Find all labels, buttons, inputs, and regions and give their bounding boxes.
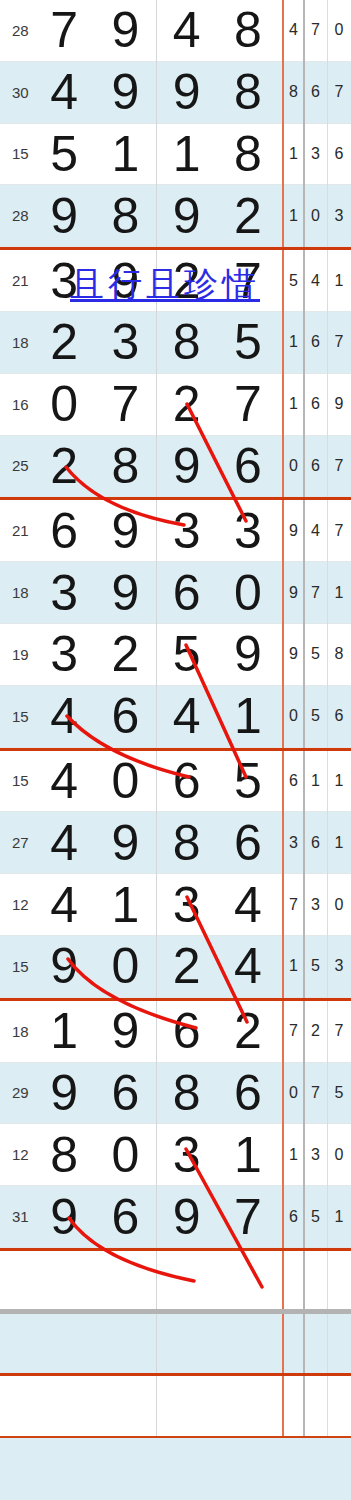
- sum-cell: 18: [0, 562, 33, 623]
- extra-cell: 0: [283, 686, 304, 747]
- digit-cell: 2: [217, 1001, 278, 1062]
- digit-cell: 9: [94, 62, 155, 123]
- digit-cell: 3: [33, 562, 94, 623]
- trend-row: 128031130: [0, 1124, 351, 1186]
- trend-row: 304998867: [0, 62, 351, 124]
- extra-cell: 3: [283, 812, 304, 873]
- sum-cell: 15: [0, 686, 33, 747]
- column-divider-line-light: [327, 0, 328, 1437]
- digit-cell: 1: [94, 874, 155, 935]
- trend-grid: 2879484703049988671551181362898921032139…: [0, 0, 351, 1251]
- trend-row: 181962727: [0, 1001, 351, 1063]
- extra-cell: 4: [304, 500, 327, 561]
- sum-cell: 30: [0, 62, 33, 123]
- digit-cell: 6: [94, 1063, 155, 1124]
- digit-cell: 0: [33, 374, 94, 435]
- trend-row: 274986361: [0, 812, 351, 874]
- trend-row: 299686075: [0, 1063, 351, 1125]
- digit-cell: 4: [33, 686, 94, 747]
- digit-cell: 3: [156, 500, 217, 561]
- digit-cell: 6: [217, 436, 278, 497]
- digit-cell: 6: [217, 812, 278, 873]
- extra-cell: 1: [283, 312, 304, 373]
- digit-cell: 1: [94, 124, 155, 185]
- trend-row: 154641056: [0, 686, 351, 748]
- digit-cell: 0: [94, 751, 155, 812]
- extra-cell: 7: [304, 562, 327, 623]
- digit-cell: 8: [156, 1063, 217, 1124]
- sum-cell: 16: [0, 374, 33, 435]
- extra-cell: 1: [283, 936, 304, 997]
- extra-cell: 3: [327, 185, 351, 246]
- extra-cell: 6: [304, 374, 327, 435]
- column-divider-line-middle: [156, 0, 157, 1437]
- digit-cell: 2: [33, 436, 94, 497]
- extra-cell: 6: [304, 312, 327, 373]
- empty-row: [0, 1314, 351, 1373]
- extra-cell: 1: [283, 185, 304, 246]
- sum-cell: 19: [0, 624, 33, 685]
- digit-cell: 4: [156, 686, 217, 747]
- extra-cell: 1: [327, 1186, 351, 1247]
- digit-cell: 8: [33, 1124, 94, 1185]
- digit-cell: 8: [94, 436, 155, 497]
- group-separator-line: [0, 497, 351, 500]
- digit-cell: 9: [156, 1186, 217, 1247]
- digit-cell: 3: [33, 624, 94, 685]
- sum-cell: 25: [0, 436, 33, 497]
- digit-cell: 5: [217, 312, 278, 373]
- sum-cell: 28: [0, 0, 33, 61]
- digit-cell: 6: [156, 1001, 217, 1062]
- extra-cell: 9: [283, 500, 304, 561]
- empty-row: [0, 1438, 351, 1500]
- watermark-text: 且行且珍惜: [70, 267, 260, 301]
- digit-cell: 9: [33, 1186, 94, 1247]
- digit-cell: 6: [33, 500, 94, 561]
- digit-cell: 9: [217, 624, 278, 685]
- digit-cell: 9: [33, 1063, 94, 1124]
- sum-cell: 12: [0, 1124, 33, 1185]
- digit-cell: 8: [94, 185, 155, 246]
- digit-cell: 4: [33, 62, 94, 123]
- group-separator-line: [0, 748, 351, 751]
- trend-row: 319697651: [0, 1186, 351, 1248]
- trend-row: 155118136: [0, 124, 351, 186]
- sum-cell: 15: [0, 751, 33, 812]
- sum-cell: 21: [0, 500, 33, 561]
- extra-cell: 0: [304, 185, 327, 246]
- extra-cell: 8: [283, 62, 304, 123]
- digit-cell: 2: [217, 185, 278, 246]
- extra-cell: 8: [327, 624, 351, 685]
- trend-row: 159024153: [0, 936, 351, 998]
- digit-cell: 2: [156, 374, 217, 435]
- sum-cell: 18: [0, 312, 33, 373]
- sum-cell: 21: [0, 250, 33, 311]
- trend-row: 216933947: [0, 500, 351, 562]
- group-separator-line: [0, 998, 351, 1001]
- extra-cell: 3: [304, 124, 327, 185]
- digit-cell: 4: [156, 0, 217, 61]
- digit-cell: 1: [217, 1124, 278, 1185]
- empty-row: [0, 1376, 351, 1436]
- sum-cell: 12: [0, 874, 33, 935]
- digit-cell: 3: [156, 874, 217, 935]
- digit-cell: 2: [156, 936, 217, 997]
- digit-cell: 5: [33, 124, 94, 185]
- digit-cell: 9: [156, 62, 217, 123]
- digit-cell: 6: [94, 686, 155, 747]
- extra-cell: 1: [327, 751, 351, 812]
- extra-cell: 0: [327, 874, 351, 935]
- digit-cell: 7: [33, 0, 94, 61]
- digit-cell: 3: [217, 500, 278, 561]
- extra-cell: 1: [304, 751, 327, 812]
- digit-cell: 2: [33, 312, 94, 373]
- trend-row: 124134730: [0, 874, 351, 936]
- extra-cell: 1: [283, 124, 304, 185]
- digit-cell: 9: [94, 1001, 155, 1062]
- sum-cell: 29: [0, 1063, 33, 1124]
- digit-cell: 2: [94, 624, 155, 685]
- extra-cell: 1: [327, 250, 351, 311]
- digit-cell: 8: [156, 812, 217, 873]
- trend-row: 160727169: [0, 374, 351, 436]
- group-separator-line: [0, 1248, 351, 1251]
- trend-row: 154065611: [0, 751, 351, 813]
- extra-cell: 7: [327, 62, 351, 123]
- extra-cell: 0: [327, 0, 351, 61]
- trend-row: 252896067: [0, 436, 351, 498]
- digit-cell: 9: [94, 0, 155, 61]
- digit-cell: 4: [33, 812, 94, 873]
- extra-cell: 9: [283, 624, 304, 685]
- digit-cell: 9: [94, 500, 155, 561]
- extra-cell: 6: [327, 686, 351, 747]
- extra-cell: 5: [283, 250, 304, 311]
- thin-separator-line: [0, 1436, 351, 1438]
- extra-cell: 1: [283, 374, 304, 435]
- column-divider-line-gray: [303, 0, 305, 1437]
- sum-cell: 28: [0, 185, 33, 246]
- trend-row: 193259958: [0, 624, 351, 686]
- extra-cell: 7: [327, 436, 351, 497]
- extra-cell: 6: [283, 751, 304, 812]
- digit-cell: 4: [33, 751, 94, 812]
- extra-cell: 2: [304, 1001, 327, 1062]
- digit-cell: 5: [156, 624, 217, 685]
- digit-cell: 3: [94, 312, 155, 373]
- digit-cell: 0: [217, 562, 278, 623]
- group-separator-line: [0, 1373, 351, 1376]
- trend-row: 289892103: [0, 185, 351, 247]
- extra-cell: 7: [283, 1001, 304, 1062]
- extra-cell: 6: [327, 124, 351, 185]
- digit-cell: 6: [156, 562, 217, 623]
- digit-cell: 1: [156, 124, 217, 185]
- digit-cell: 8: [156, 312, 217, 373]
- extra-cell: 4: [283, 0, 304, 61]
- digit-cell: 3: [156, 1124, 217, 1185]
- extra-cell: 3: [327, 936, 351, 997]
- digit-cell: 9: [33, 936, 94, 997]
- extra-cell: 3: [304, 1124, 327, 1185]
- extra-cell: 1: [327, 562, 351, 623]
- extra-cell: 5: [304, 1186, 327, 1247]
- digit-cell: 9: [156, 185, 217, 246]
- digit-cell: 7: [217, 1186, 278, 1247]
- digit-cell: 8: [217, 124, 278, 185]
- sum-cell: 27: [0, 812, 33, 873]
- extra-cell: 6: [304, 62, 327, 123]
- sum-cell: 15: [0, 124, 33, 185]
- extra-cell: 0: [283, 1063, 304, 1124]
- extra-cell: 4: [304, 250, 327, 311]
- digit-cell: 6: [217, 1063, 278, 1124]
- digit-cell: 8: [217, 0, 278, 61]
- extra-cell: 6: [283, 1186, 304, 1247]
- extra-cell: 0: [327, 1124, 351, 1185]
- extra-cell: 5: [304, 936, 327, 997]
- digit-cell: 9: [94, 562, 155, 623]
- digit-cell: 5: [217, 751, 278, 812]
- digit-cell: 7: [94, 374, 155, 435]
- digit-cell: 9: [33, 185, 94, 246]
- extra-cell: 7: [327, 312, 351, 373]
- extra-cell: 6: [304, 812, 327, 873]
- extra-cell: 6: [304, 436, 327, 497]
- section-divider-bar: [0, 1309, 351, 1314]
- digit-cell: 0: [94, 936, 155, 997]
- extra-cell: 7: [304, 0, 327, 61]
- digit-cell: 4: [217, 936, 278, 997]
- extra-cell: 7: [327, 1001, 351, 1062]
- extra-cell: 3: [304, 874, 327, 935]
- extra-cell: 5: [327, 1063, 351, 1124]
- digit-cell: 9: [94, 812, 155, 873]
- trend-row: 182385167: [0, 312, 351, 374]
- digit-cell: 8: [217, 62, 278, 123]
- extra-cell: 5: [304, 686, 327, 747]
- sum-cell: 15: [0, 936, 33, 997]
- digit-cell: 4: [217, 874, 278, 935]
- trend-chart: 2879484703049988671551181362898921032139…: [0, 0, 351, 1500]
- digit-cell: 4: [33, 874, 94, 935]
- digit-cell: 7: [217, 374, 278, 435]
- trend-row: 183960971: [0, 562, 351, 624]
- extra-cell: 7: [304, 1063, 327, 1124]
- digit-cell: 6: [94, 1186, 155, 1247]
- column-divider-line-orange: [282, 0, 284, 1437]
- digit-cell: 9: [156, 436, 217, 497]
- extra-cell: 7: [283, 874, 304, 935]
- extra-cell: 9: [283, 562, 304, 623]
- extra-cell: 1: [283, 1124, 304, 1185]
- extra-cell: 9: [327, 374, 351, 435]
- extra-cell: 0: [283, 436, 304, 497]
- extra-cell: 7: [327, 500, 351, 561]
- extra-cell: 1: [327, 812, 351, 873]
- empty-row-next-draw: [0, 1251, 351, 1309]
- group-separator-line: [0, 247, 351, 250]
- digit-cell: 1: [217, 686, 278, 747]
- extra-cell: 5: [304, 624, 327, 685]
- digit-cell: 0: [94, 1124, 155, 1185]
- sum-cell: 18: [0, 1001, 33, 1062]
- sum-cell: 31: [0, 1186, 33, 1247]
- trend-row: 287948470: [0, 0, 351, 62]
- digit-cell: 6: [156, 751, 217, 812]
- digit-cell: 1: [33, 1001, 94, 1062]
